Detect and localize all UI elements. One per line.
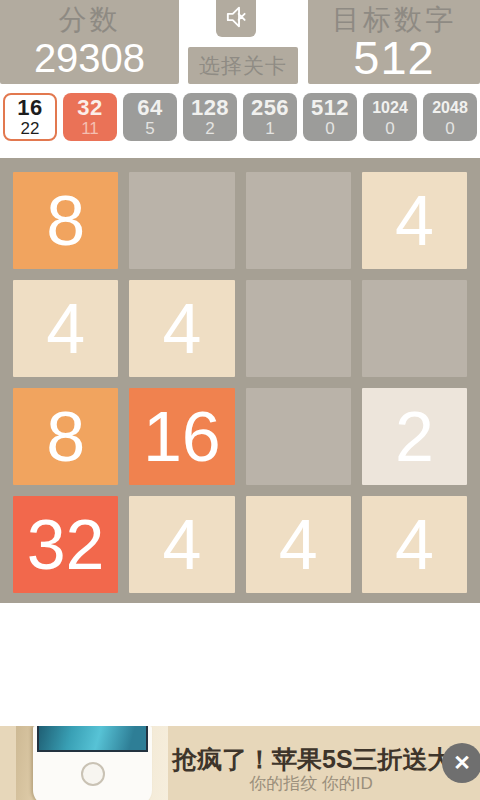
counter-value: 1024	[372, 97, 408, 119]
iphone-body	[33, 726, 152, 800]
counter-value: 256	[251, 97, 289, 119]
app-screen: 分数 29308 选择关卡 目标数字 512 16 22 32 11 64 5 …	[0, 0, 480, 800]
tile-counter-256: 256 1	[243, 93, 297, 141]
counter-count: 11	[81, 119, 99, 138]
counter-value: 16	[17, 97, 42, 119]
tile-number: 8	[46, 397, 85, 477]
close-icon: ✕	[453, 751, 471, 775]
iphone-image	[16, 726, 168, 800]
tile-number: 4	[395, 181, 434, 261]
tile-number: 8	[46, 181, 85, 261]
board-cell-r3c3	[246, 388, 351, 485]
board-cell-r1c3	[246, 172, 351, 269]
counter-value: 32	[77, 97, 102, 119]
tile-number: 4	[162, 289, 201, 369]
ad-headline: 抢疯了！苹果5S三折送大礼包	[172, 745, 450, 773]
counter-count: 5	[145, 119, 154, 138]
board-cell-r4c3: 4	[246, 496, 351, 593]
board-cell-r3c2: 16	[129, 388, 234, 485]
tile-counter-16: 16 22	[3, 93, 57, 141]
tile-counter-2048: 2048 0	[423, 93, 477, 141]
counter-count: 0	[325, 119, 334, 138]
score-panel: 分数 29308	[0, 0, 179, 84]
board-cell-r4c2: 4	[129, 496, 234, 593]
game-board[interactable]: 8 4 4 4 8 16 2 32 4 4 4	[0, 158, 480, 603]
tile-counter-128: 128 2	[183, 93, 237, 141]
board-cell-r2c3	[246, 280, 351, 377]
tile-counter-row: 16 22 32 11 64 5 128 2 256 1 512 0 1024 …	[0, 93, 480, 141]
counter-value: 512	[311, 97, 349, 119]
score-value: 29308	[0, 36, 179, 80]
tile-number: 4	[46, 289, 85, 369]
tile-number: 16	[143, 397, 221, 477]
board-cell-r1c1: 8	[13, 172, 118, 269]
ad-text: 抢疯了！苹果5S三折送大礼包 你的指纹 你的ID	[172, 726, 450, 800]
ad-close-button[interactable]: ✕	[442, 743, 480, 783]
tile-counter-512: 512 0	[303, 93, 357, 141]
tile-number: 32	[27, 505, 105, 585]
mute-button[interactable]	[216, 0, 256, 37]
counter-count: 0	[445, 119, 454, 138]
counter-value: 2048	[432, 97, 468, 119]
counter-count: 0	[385, 119, 394, 138]
iphone-screen	[37, 726, 148, 752]
counter-value: 128	[191, 97, 229, 119]
ad-subtext: 你的指纹 你的ID	[172, 774, 450, 793]
board-cell-r3c4: 2	[362, 388, 467, 485]
board-cell-r4c4: 4	[362, 496, 467, 593]
counter-value: 64	[137, 97, 162, 119]
score-label: 分数	[0, 4, 179, 36]
board-cell-r2c4	[362, 280, 467, 377]
counter-count: 22	[21, 119, 40, 138]
tile-number: 2	[395, 397, 434, 477]
tile-counter-1024: 1024 0	[363, 93, 417, 141]
board-cell-r2c2: 4	[129, 280, 234, 377]
iphone-home-button	[81, 762, 105, 786]
board-cell-r4c1: 32	[13, 496, 118, 593]
target-value: 512	[308, 36, 480, 80]
board-cell-r3c1: 8	[13, 388, 118, 485]
tile-counter-32: 32 11	[63, 93, 117, 141]
tile-number: 4	[395, 505, 434, 585]
select-level-button[interactable]: 选择关卡	[188, 47, 298, 84]
board-cell-r1c2	[129, 172, 234, 269]
target-panel: 目标数字 512	[308, 0, 480, 84]
tile-number: 4	[279, 505, 318, 585]
speaker-muted-icon	[222, 3, 250, 35]
board-cell-r1c4: 4	[362, 172, 467, 269]
counter-count: 2	[205, 119, 214, 138]
tile-number: 4	[162, 505, 201, 585]
ad-banner[interactable]: 抢疯了！苹果5S三折送大礼包 你的指纹 你的ID ✕	[0, 726, 480, 800]
tile-counter-64: 64 5	[123, 93, 177, 141]
board-cell-r2c1: 4	[13, 280, 118, 377]
counter-count: 1	[265, 119, 274, 138]
